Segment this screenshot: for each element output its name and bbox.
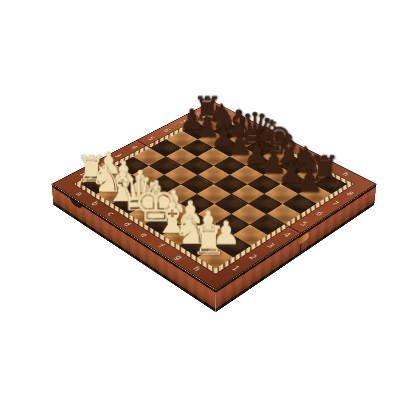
- piece-white-rook-h1: ♜: [182, 222, 235, 262]
- product-photo: abcdefgh abcdefgh 87654321 87654321 ♜♞♝♛…: [0, 0, 400, 400]
- folding-chess-box: abcdefgh abcdefgh 87654321 87654321 ♜♞♝♛…: [51, 101, 376, 290]
- brass-clasp: [298, 232, 309, 246]
- piece-layer: ♜♞♝♛♚♝♞♜♟♟♟♟♟♟♟♟♟♟♟♟♟♟♟♟♜♞♝♛♚♝♞♜: [51, 101, 376, 290]
- piece-black-pawn-h7: ♟: [285, 167, 334, 198]
- perspective-scene: abcdefgh abcdefgh 87654321 87654321 ♜♞♝♛…: [0, 0, 400, 400]
